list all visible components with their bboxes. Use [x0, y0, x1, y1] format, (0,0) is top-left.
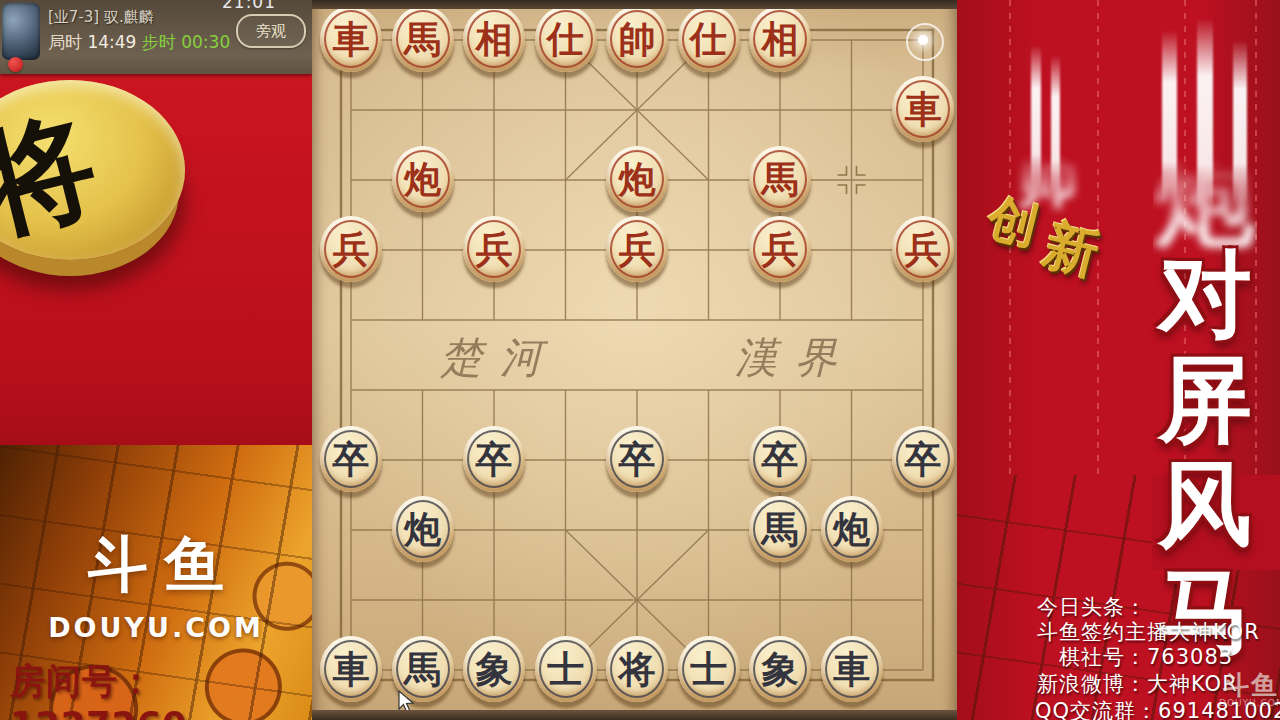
piece-red-馬[interactable]: 馬 [749, 146, 811, 212]
piece-glyph: 仕 [535, 7, 597, 73]
general-character: 将 [0, 78, 153, 282]
piece-red-兵[interactable]: 兵 [749, 216, 811, 282]
piece-glyph: 兵 [320, 217, 382, 283]
avatar-badge [8, 57, 23, 72]
piece-glyph: 相 [463, 7, 525, 73]
board-grid [312, 0, 957, 720]
player-name: [业7-3] 驭.麒麟 [48, 8, 154, 27]
gold-char-1: 创 [981, 184, 1046, 261]
game-time-label: 局时 [48, 32, 82, 52]
piece-red-炮[interactable]: 炮 [392, 146, 454, 212]
player-avatar[interactable] [2, 3, 40, 60]
piece-glyph: 相 [749, 7, 811, 73]
douyu-watermark-domain: DOUYU.COM [1219, 698, 1280, 708]
river-text-right: 漢界 [735, 330, 855, 386]
timers: 局时 14:49 步时 00:30 [48, 31, 230, 54]
left-sidebar: 将 斗鱼 DOUYU.COM 房间号： 1227260 [业7-3] 驭.麒麟 … [0, 0, 312, 720]
piece-glyph: 卒 [463, 427, 525, 493]
gold-slogan: 创 新 [980, 180, 1134, 285]
piece-glyph: 卒 [606, 427, 668, 493]
piece-glyph: 兵 [892, 217, 954, 283]
piece-black-士[interactable]: 士 [678, 636, 740, 702]
piece-glyph: 士 [678, 637, 740, 703]
title-char: 对 [1155, 243, 1255, 347]
title-char: 屏 [1155, 348, 1255, 452]
piece-red-兵[interactable]: 兵 [320, 216, 382, 282]
piece-black-卒[interactable]: 卒 [463, 426, 525, 492]
piece-black-士[interactable]: 士 [535, 636, 597, 702]
river-text-left: 楚河 [440, 330, 560, 386]
stream-clock: 21:01 [222, 0, 276, 12]
piece-glyph: 馬 [749, 147, 811, 213]
move-time-value: 00:30 [181, 32, 230, 52]
headline-line: 棋社号：763083 [1059, 643, 1233, 671]
piece-red-兵[interactable]: 兵 [606, 216, 668, 282]
player-info-bar: [业7-3] 驭.麒麟 局时 14:49 步时 00:30 21:01 旁观 [0, 0, 312, 74]
piece-glyph: 将 [606, 637, 668, 703]
piece-black-卒[interactable]: 卒 [749, 426, 811, 492]
general-piece-photo: 将 [0, 80, 185, 260]
board-top-edge [312, 0, 957, 9]
board-bottom-edge [312, 710, 957, 720]
douyu-logo: 斗鱼 [0, 525, 312, 606]
piece-glyph: 炮 [821, 497, 883, 563]
piece-glyph: 卒 [892, 427, 954, 493]
piece-red-帥[interactable]: 帥 [606, 6, 668, 72]
piece-glyph: 仕 [678, 7, 740, 73]
piece-glyph: 兵 [606, 217, 668, 283]
piece-red-車[interactable]: 車 [320, 6, 382, 72]
piece-glyph: 兵 [463, 217, 525, 283]
piece-black-車[interactable]: 車 [821, 636, 883, 702]
piece-red-仕[interactable]: 仕 [535, 6, 597, 72]
piece-red-炮[interactable]: 炮 [606, 146, 668, 212]
room-number: 房间号： 1227260 [10, 658, 310, 720]
piece-red-相[interactable]: 相 [749, 6, 811, 72]
piece-black-卒[interactable]: 卒 [320, 426, 382, 492]
piece-glyph: 卒 [320, 427, 382, 493]
piece-glyph: 車 [821, 637, 883, 703]
spectate-button[interactable]: 旁观 [236, 14, 306, 48]
piece-black-車[interactable]: 車 [320, 636, 382, 702]
move-time-label: 步时 [142, 32, 176, 52]
piece-glyph: 象 [463, 637, 525, 703]
right-sidebar: 帅 创 新 炮 对 屏 风 马 今日头条： 斗鱼签约主播大神KOR 棋社号：76… [957, 0, 1280, 720]
xiangqi-board[interactable]: 楚河 漢界 車馬相仕帥仕相車炮炮馬兵兵兵兵兵卒卒卒卒卒炮馬炮車馬象士将士象車 [312, 0, 957, 720]
piece-glyph: 馬 [392, 7, 454, 73]
piece-glyph: 士 [535, 637, 597, 703]
piece-black-象[interactable]: 象 [749, 636, 811, 702]
title-char: 风 [1155, 453, 1255, 557]
piece-red-兵[interactable]: 兵 [892, 216, 954, 282]
piece-glyph: 馬 [749, 497, 811, 563]
piece-glyph: 象 [749, 637, 811, 703]
piece-glyph: 炮 [392, 147, 454, 213]
piece-glyph: 兵 [749, 217, 811, 283]
piece-glyph: 炮 [392, 497, 454, 563]
gold-char-2: 新 [1036, 209, 1106, 293]
piece-red-馬[interactable]: 馬 [392, 6, 454, 72]
piece-black-炮[interactable]: 炮 [821, 496, 883, 562]
left-red-banner: 将 [0, 74, 312, 445]
last-move-origin-dot [918, 35, 928, 45]
piece-red-兵[interactable]: 兵 [463, 216, 525, 282]
headline-line: 今日头条： [1037, 593, 1147, 621]
piece-glyph: 炮 [606, 147, 668, 213]
stream-screen: 将 斗鱼 DOUYU.COM 房间号： 1227260 [业7-3] 驭.麒麟 … [0, 0, 1280, 720]
piece-black-象[interactable]: 象 [463, 636, 525, 702]
piece-glyph: 卒 [749, 427, 811, 493]
piece-glyph: 車 [320, 7, 382, 73]
piece-red-仕[interactable]: 仕 [678, 6, 740, 72]
piece-black-卒[interactable]: 卒 [606, 426, 668, 492]
piece-glyph: 車 [320, 637, 382, 703]
douyu-domain-text: DOUYU.COM [0, 612, 312, 643]
headline-line: 新浪微博：大神KOR [1037, 670, 1238, 698]
piece-red-相[interactable]: 相 [463, 6, 525, 72]
piece-black-卒[interactable]: 卒 [892, 426, 954, 492]
piece-black-炮[interactable]: 炮 [392, 496, 454, 562]
piece-black-馬[interactable]: 馬 [749, 496, 811, 562]
game-time-value: 14:49 [87, 32, 136, 52]
headline-line: 斗鱼签约主播大神KOR [1037, 618, 1260, 646]
piece-red-車[interactable]: 車 [892, 76, 954, 142]
piece-glyph: 車 [892, 77, 954, 143]
piece-glyph: 帥 [606, 7, 668, 73]
piece-black-将[interactable]: 将 [606, 636, 668, 702]
